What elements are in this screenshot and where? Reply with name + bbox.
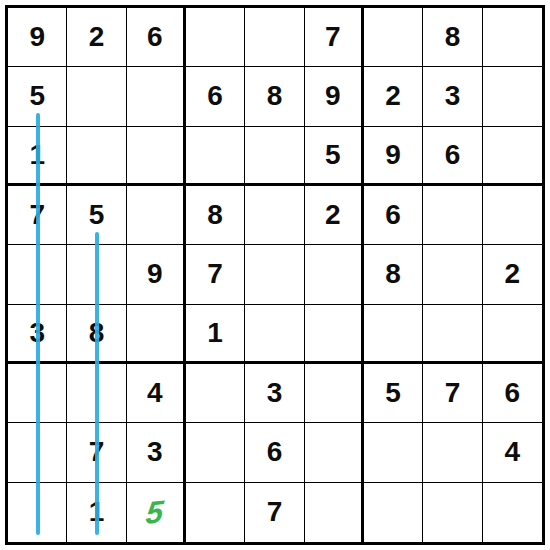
cell-r7c6[interactable] xyxy=(305,364,364,423)
cell-r9c5[interactable]: 7 xyxy=(245,483,304,542)
cell-r2c5[interactable]: 8 xyxy=(245,67,304,126)
cell-r7c7[interactable]: 5 xyxy=(364,364,423,423)
cell-r3c9[interactable] xyxy=(483,127,542,186)
given-digit: 9 xyxy=(385,141,401,169)
given-digit: 5 xyxy=(29,82,45,110)
given-digit: 6 xyxy=(147,23,163,51)
given-digit: 7 xyxy=(325,23,341,51)
given-digit: 8 xyxy=(385,260,401,288)
cell-r7c3[interactable]: 4 xyxy=(127,364,186,423)
cell-r8c8[interactable] xyxy=(423,423,482,482)
cell-r4c5[interactable] xyxy=(245,186,304,245)
cell-r9c4[interactable] xyxy=(186,483,245,542)
given-digit: 6 xyxy=(445,141,461,169)
cell-r9c6[interactable] xyxy=(305,483,364,542)
given-digit: 6 xyxy=(207,82,223,110)
cell-r5c5[interactable] xyxy=(245,245,304,304)
cell-r2c6[interactable]: 9 xyxy=(305,67,364,126)
cell-r5c7[interactable]: 8 xyxy=(364,245,423,304)
cell-r3c4[interactable] xyxy=(186,127,245,186)
given-digit: 9 xyxy=(29,23,45,51)
given-digit: 6 xyxy=(385,201,401,229)
cell-r7c5[interactable]: 3 xyxy=(245,364,304,423)
cell-r7c8[interactable]: 7 xyxy=(423,364,482,423)
given-digit: 5 xyxy=(89,201,105,229)
cell-r1c8[interactable]: 8 xyxy=(423,8,482,67)
sudoku-board: 926785689231596758269782381435767364157 xyxy=(5,5,545,545)
cell-r6c6[interactable] xyxy=(305,305,364,364)
given-digit: 8 xyxy=(445,23,461,51)
given-digit: 2 xyxy=(89,23,105,51)
given-digit: 5 xyxy=(385,379,401,407)
cell-r6c5[interactable] xyxy=(245,305,304,364)
given-digit: 9 xyxy=(147,260,163,288)
cell-r1c3[interactable]: 6 xyxy=(127,8,186,67)
cell-r6c3[interactable] xyxy=(127,305,186,364)
cell-r5c8[interactable] xyxy=(423,245,482,304)
cell-r6c4[interactable]: 1 xyxy=(186,305,245,364)
cell-r3c2[interactable] xyxy=(67,127,126,186)
cell-r5c9[interactable]: 2 xyxy=(483,245,542,304)
given-digit: 8 xyxy=(207,201,223,229)
cell-r1c7[interactable] xyxy=(364,8,423,67)
cell-r8c3[interactable]: 3 xyxy=(127,423,186,482)
cell-r2c4[interactable]: 6 xyxy=(186,67,245,126)
cell-r3c6[interactable]: 5 xyxy=(305,127,364,186)
cell-r4c4[interactable]: 8 xyxy=(186,186,245,245)
given-digit: 5 xyxy=(325,141,341,169)
given-digit: 6 xyxy=(505,379,521,407)
given-digit: 2 xyxy=(385,82,401,110)
cell-r2c7[interactable]: 2 xyxy=(364,67,423,126)
given-digit: 6 xyxy=(267,438,283,466)
given-digit: 7 xyxy=(445,379,461,407)
cell-r5c4[interactable]: 7 xyxy=(186,245,245,304)
pencil-stroke-col2 xyxy=(95,232,99,535)
cell-r6c7[interactable] xyxy=(364,305,423,364)
given-digit: 2 xyxy=(505,260,521,288)
cell-r6c9[interactable] xyxy=(483,305,542,364)
pencil-stroke-col1 xyxy=(36,113,40,535)
cell-r6c8[interactable] xyxy=(423,305,482,364)
cell-r9c9[interactable] xyxy=(483,483,542,542)
cell-r4c8[interactable] xyxy=(423,186,482,245)
cell-r3c7[interactable]: 9 xyxy=(364,127,423,186)
cell-r1c6[interactable]: 7 xyxy=(305,8,364,67)
cell-r9c8[interactable] xyxy=(423,483,482,542)
cell-r4c7[interactable]: 6 xyxy=(364,186,423,245)
cell-r5c3[interactable]: 9 xyxy=(127,245,186,304)
cell-r1c9[interactable] xyxy=(483,8,542,67)
given-digit: 3 xyxy=(147,438,163,466)
cell-r2c2[interactable] xyxy=(67,67,126,126)
cell-r5c6[interactable] xyxy=(305,245,364,304)
cell-r1c5[interactable] xyxy=(245,8,304,67)
given-digit: 7 xyxy=(267,498,283,526)
given-digit: 4 xyxy=(147,379,163,407)
given-digit: 1 xyxy=(207,319,223,347)
given-digit: 3 xyxy=(267,379,283,407)
cell-r2c3[interactable] xyxy=(127,67,186,126)
given-digit: 8 xyxy=(267,82,283,110)
entered-digit: 5 xyxy=(145,496,165,529)
cell-r2c8[interactable]: 3 xyxy=(423,67,482,126)
cell-r4c9[interactable] xyxy=(483,186,542,245)
cell-r9c7[interactable] xyxy=(364,483,423,542)
given-digit: 7 xyxy=(207,260,223,288)
cell-r2c9[interactable] xyxy=(483,67,542,126)
cell-r3c3[interactable] xyxy=(127,127,186,186)
cell-r3c8[interactable]: 6 xyxy=(423,127,482,186)
cell-r1c4[interactable] xyxy=(186,8,245,67)
cell-r7c9[interactable]: 6 xyxy=(483,364,542,423)
sudoku-app: 926785689231596758269782381435767364157 xyxy=(0,0,550,550)
given-digit: 9 xyxy=(325,82,341,110)
cell-r1c2[interactable]: 2 xyxy=(67,8,126,67)
cell-r7c4[interactable] xyxy=(186,364,245,423)
given-digit: 2 xyxy=(325,201,341,229)
cell-r8c9[interactable]: 4 xyxy=(483,423,542,482)
cell-r8c7[interactable] xyxy=(364,423,423,482)
cell-r9c3[interactable]: 5 xyxy=(127,483,186,542)
cell-r8c4[interactable] xyxy=(186,423,245,482)
given-digit: 4 xyxy=(505,438,521,466)
cell-r4c3[interactable] xyxy=(127,186,186,245)
cell-r3c5[interactable] xyxy=(245,127,304,186)
given-digit: 3 xyxy=(445,82,461,110)
cell-r1c1[interactable]: 9 xyxy=(8,8,67,67)
cell-r8c6[interactable] xyxy=(305,423,364,482)
cell-r8c5[interactable]: 6 xyxy=(245,423,304,482)
cell-r4c6[interactable]: 2 xyxy=(305,186,364,245)
